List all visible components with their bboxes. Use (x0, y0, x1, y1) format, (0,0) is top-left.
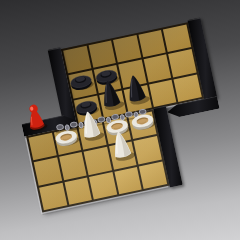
board-cell[interactable] (114, 166, 142, 194)
board-cell[interactable] (163, 25, 191, 53)
board-cell[interactable] (138, 30, 166, 58)
board-cell[interactable] (174, 74, 202, 102)
scene-background (0, 0, 240, 240)
game-board (10, 19, 233, 212)
board-cell[interactable] (64, 177, 92, 205)
board-cell[interactable] (149, 79, 177, 107)
board-cell[interactable] (169, 49, 197, 77)
board-cell[interactable] (39, 182, 67, 210)
board-cell[interactable] (84, 147, 112, 175)
board-cell[interactable] (139, 161, 167, 189)
board-cell[interactable] (59, 152, 87, 180)
board-cell[interactable] (34, 158, 62, 186)
board-cell[interactable] (89, 172, 117, 200)
board-cell[interactable] (144, 55, 172, 83)
board-cell[interactable] (113, 35, 141, 63)
board-cell[interactable] (134, 136, 162, 164)
